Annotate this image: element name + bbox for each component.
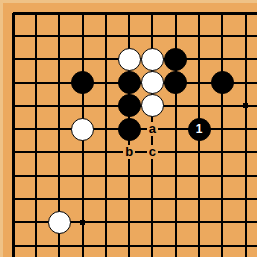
point-r3-c10 [211, 48, 234, 71]
point-r1-c11 [234, 1, 257, 24]
point-r6-c1 [1, 117, 24, 140]
point-r7-c1 [1, 141, 24, 164]
point-r1-c2 [24, 1, 47, 24]
point-r7-c10 [211, 141, 234, 164]
point-r4-c4 [71, 71, 94, 94]
point-r5-c1 [1, 94, 24, 117]
point-label-b: b [123, 145, 135, 159]
point-r10-c10 [211, 211, 234, 234]
point-r8-c3 [48, 164, 71, 187]
point-r1-c10 [211, 1, 234, 24]
point-r10-c8 [164, 211, 187, 234]
point-r5-c7 [141, 94, 164, 117]
point-r5-c10 [211, 94, 234, 117]
point-r2-c10 [211, 24, 234, 47]
point-r10-c4 [71, 211, 94, 234]
point-r6-c8 [164, 117, 187, 140]
point-r11-c1 [1, 234, 24, 257]
point-r3-c3 [48, 48, 71, 71]
point-r11-c7 [141, 234, 164, 257]
point-r9-c9 [187, 187, 210, 210]
point-r9-c11 [234, 187, 257, 210]
point-r3-c6 [117, 48, 140, 71]
point-r7-c7: c [141, 141, 164, 164]
star-point-icon [80, 220, 85, 225]
point-r10-c6 [117, 211, 140, 234]
point-r8-c7 [141, 164, 164, 187]
point-r9-c6 [117, 187, 140, 210]
point-r1-c8 [164, 1, 187, 24]
point-r4-c10 [211, 71, 234, 94]
point-r7-c5 [94, 141, 117, 164]
point-r7-c9 [187, 141, 210, 164]
white-stone [141, 48, 164, 71]
point-r5-c6 [117, 94, 140, 117]
star-point-icon [243, 103, 248, 108]
point-r4-c1 [1, 71, 24, 94]
point-r6-c7: a [141, 117, 164, 140]
point-r11-c5 [94, 234, 117, 257]
point-r7-c6: b [117, 141, 140, 164]
point-r3-c2 [24, 48, 47, 71]
point-r5-c5 [94, 94, 117, 117]
black-stone [211, 71, 234, 94]
point-r5-c2 [24, 94, 47, 117]
point-r10-c5 [94, 211, 117, 234]
point-r1-c6 [117, 1, 140, 24]
black-stone-move-1: 1 [188, 118, 211, 141]
point-r7-c2 [24, 141, 47, 164]
point-r2-c11 [234, 24, 257, 47]
point-r2-c6 [117, 24, 140, 47]
point-r5-c3 [48, 94, 71, 117]
point-r10-c3 [48, 211, 71, 234]
go-board: a1bc [0, 0, 257, 257]
point-r1-c3 [48, 1, 71, 24]
point-r6-c2 [24, 117, 47, 140]
point-r8-c1 [1, 164, 24, 187]
point-r8-c9 [187, 164, 210, 187]
point-r7-c11 [234, 141, 257, 164]
point-r9-c1 [1, 187, 24, 210]
point-r8-c10 [211, 164, 234, 187]
point-r9-c7 [141, 187, 164, 210]
point-r3-c5 [94, 48, 117, 71]
point-r4-c6 [117, 71, 140, 94]
point-r6-c3 [48, 117, 71, 140]
point-r3-c4 [71, 48, 94, 71]
point-r10-c7 [141, 211, 164, 234]
point-r6-c9: 1 [187, 117, 210, 140]
point-r1-c9 [187, 1, 210, 24]
point-r8-c5 [94, 164, 117, 187]
point-r8-c8 [164, 164, 187, 187]
point-r11-c6 [117, 234, 140, 257]
point-r3-c8 [164, 48, 187, 71]
point-r3-c7 [141, 48, 164, 71]
point-label-a: a [147, 122, 158, 136]
point-r2-c9 [187, 24, 210, 47]
point-r10-c11 [234, 211, 257, 234]
point-r5-c9 [187, 94, 210, 117]
point-r5-c4 [71, 94, 94, 117]
point-r5-c11 [234, 94, 257, 117]
point-r7-c3 [48, 141, 71, 164]
point-label-c: c [147, 145, 158, 159]
point-r11-c8 [164, 234, 187, 257]
point-r3-c1 [1, 48, 24, 71]
point-r8-c6 [117, 164, 140, 187]
point-r4-c5 [94, 71, 117, 94]
point-r11-c4 [71, 234, 94, 257]
point-r4-c9 [187, 71, 210, 94]
point-r11-c10 [211, 234, 234, 257]
black-stone [118, 118, 141, 141]
point-r6-c11 [234, 117, 257, 140]
point-r6-c4 [71, 117, 94, 140]
point-r2-c1 [1, 24, 24, 47]
white-stone [71, 118, 94, 141]
point-r1-c7 [141, 1, 164, 24]
point-r6-c6 [117, 117, 140, 140]
point-r11-c3 [48, 234, 71, 257]
point-r2-c7 [141, 24, 164, 47]
black-stone [164, 71, 187, 94]
point-r1-c1 [1, 1, 24, 24]
point-r6-c10 [211, 117, 234, 140]
white-stone [48, 211, 71, 234]
white-stone [141, 71, 164, 94]
point-r9-c2 [24, 187, 47, 210]
black-stone [118, 71, 141, 94]
point-r5-c8 [164, 94, 187, 117]
black-stone [164, 48, 187, 71]
point-r2-c5 [94, 24, 117, 47]
point-r1-c5 [94, 1, 117, 24]
point-r4-c7 [141, 71, 164, 94]
point-r2-c8 [164, 24, 187, 47]
point-r2-c3 [48, 24, 71, 47]
black-stone [118, 94, 141, 117]
point-r3-c9 [187, 48, 210, 71]
point-r1-c4 [71, 1, 94, 24]
point-r9-c5 [94, 187, 117, 210]
point-r7-c4 [71, 141, 94, 164]
point-r6-c5 [94, 117, 117, 140]
white-stone [141, 94, 164, 117]
point-r7-c8 [164, 141, 187, 164]
point-r11-c2 [24, 234, 47, 257]
point-r2-c4 [71, 24, 94, 47]
white-stone [118, 48, 141, 71]
point-r9-c10 [211, 187, 234, 210]
point-r4-c2 [24, 71, 47, 94]
point-r11-c11 [234, 234, 257, 257]
point-r9-c3 [48, 187, 71, 210]
point-r4-c3 [48, 71, 71, 94]
point-r3-c11 [234, 48, 257, 71]
point-r8-c2 [24, 164, 47, 187]
point-r11-c9 [187, 234, 210, 257]
point-r8-c11 [234, 164, 257, 187]
point-r8-c4 [71, 164, 94, 187]
point-r9-c8 [164, 187, 187, 210]
black-stone [71, 71, 94, 94]
point-r10-c9 [187, 211, 210, 234]
point-r2-c2 [24, 24, 47, 47]
point-r9-c4 [71, 187, 94, 210]
point-r4-c8 [164, 71, 187, 94]
point-r10-c1 [1, 211, 24, 234]
point-r10-c2 [24, 211, 47, 234]
point-r4-c11 [234, 71, 257, 94]
go-grid: a1bc [1, 1, 257, 257]
